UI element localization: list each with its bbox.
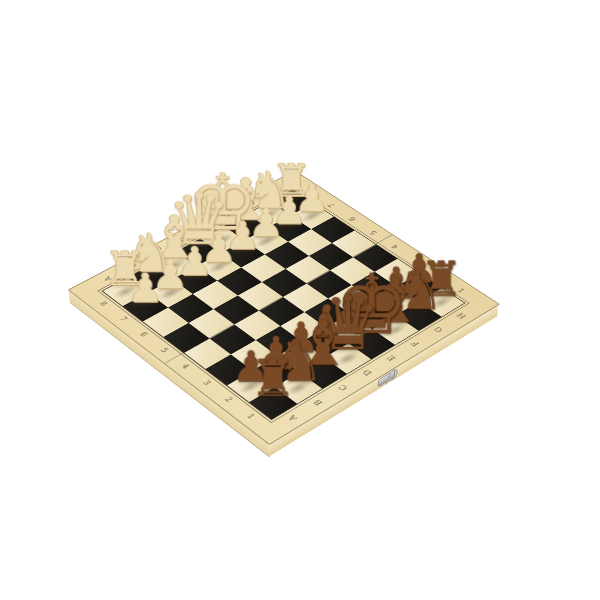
coordinate-label-1: 1 bbox=[242, 410, 260, 422]
light-p-glyph: ♟ bbox=[105, 269, 185, 307]
product-photo-stage: AA88BB77CC66DD55EE44FF33GG22HH11♜♞♝♛♚♝♞♜… bbox=[0, 0, 600, 600]
coordinate-label-7: 7 bbox=[115, 313, 132, 324]
latch-ring-icon bbox=[388, 367, 398, 383]
coordinate-label-4: 4 bbox=[177, 361, 195, 373]
coordinate-label-5: 5 bbox=[156, 345, 173, 356]
chess-board: AA88BB77CC66DD55EE44FF33GG22HH11♜♞♝♛♚♝♞♜… bbox=[68, 170, 500, 445]
coordinate-label-6: 6 bbox=[135, 329, 152, 340]
coordinate-label-A: A bbox=[284, 412, 302, 424]
photo-scene: AA88BB77CC66DD55EE44FF33GG22HH11♜♞♝♛♚♝♞♜… bbox=[0, 0, 600, 600]
coordinate-label-5: 5 bbox=[365, 228, 381, 238]
brown-r-glyph: ♜ bbox=[231, 355, 316, 403]
